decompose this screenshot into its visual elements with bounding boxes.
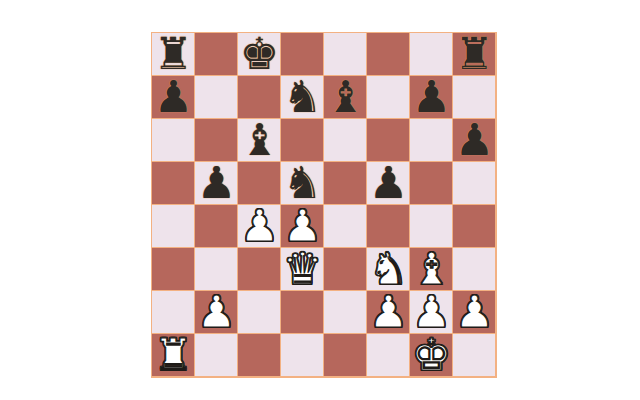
chess-board: ♜♚♜♟♞♝♟♝♟♟♞♟♟♟♛♞♝♟♟♟♟♜♚: [151, 32, 497, 378]
square-h4[interactable]: [453, 205, 496, 248]
square-f2[interactable]: ♟: [367, 291, 410, 334]
square-c3[interactable]: [238, 248, 281, 291]
square-h3[interactable]: [453, 248, 496, 291]
square-d3[interactable]: ♛: [281, 248, 324, 291]
square-b6[interactable]: [195, 119, 238, 162]
square-e1[interactable]: [324, 334, 367, 377]
square-h5[interactable]: [453, 162, 496, 205]
square-g2[interactable]: ♟: [410, 291, 453, 334]
square-h2[interactable]: ♟: [453, 291, 496, 334]
white-knight-f3[interactable]: ♞: [369, 247, 408, 290]
square-d2[interactable]: [281, 291, 324, 334]
square-b5[interactable]: ♟: [195, 162, 238, 205]
square-c8[interactable]: ♚: [238, 33, 281, 76]
square-g1[interactable]: ♚: [410, 334, 453, 377]
square-a4[interactable]: [152, 205, 195, 248]
square-e4[interactable]: [324, 205, 367, 248]
black-pawn-a7[interactable]: ♟: [154, 75, 193, 118]
square-e7[interactable]: ♝: [324, 76, 367, 119]
page-background: ♜♚♜♟♞♝♟♝♟♟♞♟♟♟♛♞♝♟♟♟♟♜♚: [0, 0, 640, 400]
square-d1[interactable]: [281, 334, 324, 377]
square-a3[interactable]: [152, 248, 195, 291]
black-rook-a8[interactable]: ♜: [154, 32, 193, 75]
square-e6[interactable]: [324, 119, 367, 162]
square-h1[interactable]: [453, 334, 496, 377]
square-a2[interactable]: [152, 291, 195, 334]
black-bishop-e7[interactable]: ♝: [326, 75, 365, 118]
white-pawn-c4[interactable]: ♟: [240, 204, 279, 247]
square-f5[interactable]: ♟: [367, 162, 410, 205]
square-c7[interactable]: [238, 76, 281, 119]
square-d8[interactable]: [281, 33, 324, 76]
square-h8[interactable]: ♜: [453, 33, 496, 76]
white-rook-a1[interactable]: ♜: [154, 333, 193, 376]
square-g4[interactable]: [410, 205, 453, 248]
white-pawn-d4[interactable]: ♟: [283, 204, 322, 247]
black-pawn-g7[interactable]: ♟: [412, 75, 451, 118]
square-h6[interactable]: ♟: [453, 119, 496, 162]
square-f1[interactable]: [367, 334, 410, 377]
square-f3[interactable]: ♞: [367, 248, 410, 291]
square-d6[interactable]: [281, 119, 324, 162]
square-a7[interactable]: ♟: [152, 76, 195, 119]
white-king-g1[interactable]: ♚: [412, 333, 451, 376]
square-f7[interactable]: [367, 76, 410, 119]
square-f8[interactable]: [367, 33, 410, 76]
square-e5[interactable]: [324, 162, 367, 205]
square-c5[interactable]: [238, 162, 281, 205]
square-c6[interactable]: ♝: [238, 119, 281, 162]
black-pawn-h6[interactable]: ♟: [455, 118, 494, 161]
square-a8[interactable]: ♜: [152, 33, 195, 76]
square-d5[interactable]: ♞: [281, 162, 324, 205]
black-knight-d7[interactable]: ♞: [283, 75, 322, 118]
black-pawn-f5[interactable]: ♟: [369, 161, 408, 204]
square-b2[interactable]: ♟: [195, 291, 238, 334]
white-pawn-b2[interactable]: ♟: [197, 290, 236, 333]
square-b7[interactable]: [195, 76, 238, 119]
white-pawn-h2[interactable]: ♟: [455, 290, 494, 333]
square-b3[interactable]: [195, 248, 238, 291]
square-e2[interactable]: [324, 291, 367, 334]
square-f4[interactable]: [367, 205, 410, 248]
square-c2[interactable]: [238, 291, 281, 334]
square-a5[interactable]: [152, 162, 195, 205]
square-g7[interactable]: ♟: [410, 76, 453, 119]
square-e3[interactable]: [324, 248, 367, 291]
square-a6[interactable]: [152, 119, 195, 162]
square-b4[interactable]: [195, 205, 238, 248]
white-bishop-g3[interactable]: ♝: [412, 247, 451, 290]
square-h7[interactable]: [453, 76, 496, 119]
white-pawn-f2[interactable]: ♟: [369, 290, 408, 333]
square-c4[interactable]: ♟: [238, 205, 281, 248]
black-bishop-c6[interactable]: ♝: [240, 118, 279, 161]
white-queen-d3[interactable]: ♛: [283, 247, 322, 290]
black-pawn-b5[interactable]: ♟: [197, 161, 236, 204]
black-king-c8[interactable]: ♚: [240, 32, 279, 75]
square-g8[interactable]: [410, 33, 453, 76]
square-d4[interactable]: ♟: [281, 205, 324, 248]
black-knight-d5[interactable]: ♞: [283, 161, 322, 204]
square-c1[interactable]: [238, 334, 281, 377]
square-a1[interactable]: ♜: [152, 334, 195, 377]
square-d7[interactable]: ♞: [281, 76, 324, 119]
square-e8[interactable]: [324, 33, 367, 76]
square-b1[interactable]: [195, 334, 238, 377]
square-f6[interactable]: [367, 119, 410, 162]
square-g3[interactable]: ♝: [410, 248, 453, 291]
white-pawn-g2[interactable]: ♟: [412, 290, 451, 333]
black-rook-h8[interactable]: ♜: [455, 32, 494, 75]
square-b8[interactable]: [195, 33, 238, 76]
square-g5[interactable]: [410, 162, 453, 205]
square-g6[interactable]: [410, 119, 453, 162]
